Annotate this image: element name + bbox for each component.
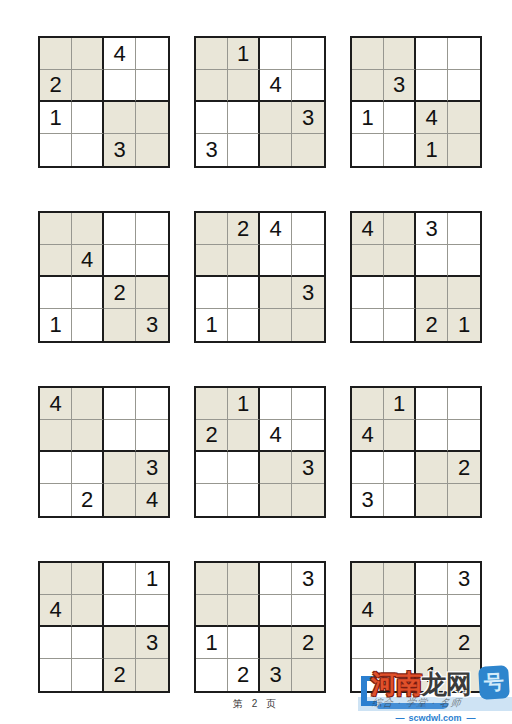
sudoku-cell-p7-r1c1: 4 (40, 388, 72, 420)
sudoku-cell-p8-r1c3 (260, 388, 292, 420)
sudoku-cell-p5-r2c4 (292, 245, 324, 277)
sudoku-cell-p11-r2c3 (260, 595, 292, 627)
sudoku-cell-p4-r1c2 (72, 213, 104, 245)
sudoku-cell-p12-r2c4 (448, 595, 480, 627)
sudoku-cell-p1-r2c1: 2 (40, 70, 72, 102)
sudoku-cell-p6-r1c1: 4 (352, 213, 384, 245)
sudoku-cell-p7-r1c3 (104, 388, 136, 420)
sudoku-cell-p7-r2c3 (104, 420, 136, 452)
sudoku-board-1: 4213 (38, 36, 170, 168)
sudoku-cell-p5-r4c1: 1 (196, 309, 228, 341)
sudoku-cell-p9-r1c3 (416, 388, 448, 420)
sudoku-cell-p2-r3c3 (260, 102, 292, 134)
sudoku-cell-p2-r4c4 (292, 134, 324, 166)
sudoku-cell-p12-r3c3 (416, 627, 448, 659)
sudoku-cell-p1-r4c1 (40, 134, 72, 166)
sudoku-cell-p2-r1c4 (292, 38, 324, 70)
sudoku-cell-p1-r1c1 (40, 38, 72, 70)
sudoku-cell-p11-r2c4 (292, 595, 324, 627)
sudoku-cell-p12-r1c3 (416, 563, 448, 595)
sudoku-cell-p7-r2c4 (136, 420, 168, 452)
sudoku-cell-p12-r2c1: 4 (352, 595, 384, 627)
sudoku-cell-p3-r2c1 (352, 70, 384, 102)
sudoku-cell-p4-r2c4 (136, 245, 168, 277)
sudoku-cell-p1-r2c3 (104, 70, 136, 102)
sudoku-cell-p4-r4c1: 1 (40, 309, 72, 341)
sudoku-cell-p9-r1c4 (448, 388, 480, 420)
sudoku-cell-p6-r4c2 (384, 309, 416, 341)
sudoku-cell-p11-r3c2 (228, 627, 260, 659)
sudoku-cell-p7-r4c3 (104, 484, 136, 516)
sudoku-cell-p4-r1c1 (40, 213, 72, 245)
puzzle-grid: 4213143331414213243143214324124314231432… (38, 36, 482, 693)
sudoku-cell-p2-r2c2 (228, 70, 260, 102)
sudoku-cell-p2-r2c4 (292, 70, 324, 102)
sudoku-cell-p8-r4c3 (260, 484, 292, 516)
sudoku-cell-p6-r1c2 (384, 213, 416, 245)
sudoku-cell-p2-r1c1 (196, 38, 228, 70)
sudoku-cell-p9-r3c1 (352, 452, 384, 484)
sudoku-cell-p4-r4c2 (72, 309, 104, 341)
sudoku-cell-p6-r4c3: 2 (416, 309, 448, 341)
sudoku-cell-p9-r4c1: 3 (352, 484, 384, 516)
sudoku-cell-p10-r1c2 (72, 563, 104, 595)
sudoku-cell-p5-r1c1 (196, 213, 228, 245)
sudoku-cell-p1-r1c3: 4 (104, 38, 136, 70)
dash-left: — (395, 713, 403, 723)
sudoku-cell-p7-r2c2 (72, 420, 104, 452)
sudoku-cell-p6-r4c4: 1 (448, 309, 480, 341)
sudoku-cell-p7-r3c2 (72, 452, 104, 484)
sudoku-cell-p7-r4c2: 2 (72, 484, 104, 516)
sudoku-cell-p6-r3c3 (416, 277, 448, 309)
sudoku-cell-p5-r1c3: 4 (260, 213, 292, 245)
sudoku-cell-p5-r1c2: 2 (228, 213, 260, 245)
sudoku-cell-p11-r1c2 (228, 563, 260, 595)
sudoku-cell-p2-r3c4: 3 (292, 102, 324, 134)
sudoku-cell-p11-r1c4: 3 (292, 563, 324, 595)
sudoku-cell-p10-r3c2 (72, 627, 104, 659)
sudoku-cell-p7-r3c4: 3 (136, 452, 168, 484)
sudoku-cell-p5-r3c3 (260, 277, 292, 309)
sudoku-cell-p10-r3c1 (40, 627, 72, 659)
sudoku-cell-p11-r3c1: 1 (196, 627, 228, 659)
sudoku-cell-p11-r1c3 (260, 563, 292, 595)
sudoku-cell-p11-r4c1 (196, 659, 228, 691)
sudoku-cell-p3-r1c1 (352, 38, 384, 70)
sudoku-cell-p6-r2c1 (352, 245, 384, 277)
sudoku-cell-p5-r4c3 (260, 309, 292, 341)
sudoku-cell-p8-r2c2 (228, 420, 260, 452)
sudoku-cell-p6-r2c4 (448, 245, 480, 277)
sudoku-cell-p10-r4c4 (136, 659, 168, 691)
sudoku-cell-p1-r4c4 (136, 134, 168, 166)
sudoku-cell-p11-r1c1 (196, 563, 228, 595)
sudoku-cell-p10-r4c2 (72, 659, 104, 691)
sudoku-cell-p4-r4c4: 3 (136, 309, 168, 341)
sudoku-cell-p10-r2c3 (104, 595, 136, 627)
sudoku-cell-p5-r2c2 (228, 245, 260, 277)
sudoku-cell-p7-r3c3 (104, 452, 136, 484)
sudoku-cell-p12-r1c2 (384, 563, 416, 595)
sudoku-cell-p6-r2c3 (416, 245, 448, 277)
sudoku-cell-p2-r2c1 (196, 70, 228, 102)
sudoku-cell-p9-r1c1 (352, 388, 384, 420)
sudoku-cell-p9-r2c1: 4 (352, 420, 384, 452)
sudoku-cell-p6-r1c3: 3 (416, 213, 448, 245)
sudoku-cell-p3-r4c4 (448, 134, 480, 166)
sudoku-cell-p10-r2c2 (72, 595, 104, 627)
sudoku-board-5: 2431 (194, 211, 326, 343)
sudoku-cell-p3-r4c1 (352, 134, 384, 166)
sudoku-cell-p8-r3c4: 3 (292, 452, 324, 484)
sudoku-cell-p8-r2c3: 4 (260, 420, 292, 452)
sudoku-cell-p3-r3c1: 1 (352, 102, 384, 134)
sudoku-cell-p5-r3c4: 3 (292, 277, 324, 309)
sudoku-cell-p10-r1c3 (104, 563, 136, 595)
sudoku-cell-p6-r4c1 (352, 309, 384, 341)
sudoku-cell-p3-r3c2 (384, 102, 416, 134)
sudoku-cell-p4-r3c3: 2 (104, 277, 136, 309)
sudoku-cell-p9-r3c3 (416, 452, 448, 484)
sudoku-cell-p1-r2c2 (72, 70, 104, 102)
sudoku-cell-p5-r2c3 (260, 245, 292, 277)
sudoku-cell-p3-r4c2 (384, 134, 416, 166)
site-watermark: 河南龙网 号 综合 · 学堂 · 名师 — scwdwl.com — (358, 662, 512, 724)
sudoku-cell-p2-r2c3: 4 (260, 70, 292, 102)
sudoku-cell-p7-r1c2 (72, 388, 104, 420)
sudoku-cell-p12-r3c1 (352, 627, 384, 659)
sudoku-cell-p11-r2c1 (196, 595, 228, 627)
sudoku-cell-p4-r2c1 (40, 245, 72, 277)
sudoku-cell-p8-r1c2: 1 (228, 388, 260, 420)
sudoku-cell-p12-r1c1 (352, 563, 384, 595)
sudoku-cell-p9-r2c3 (416, 420, 448, 452)
sudoku-board-6: 4321 (350, 211, 482, 343)
sudoku-cell-p3-r1c4 (448, 38, 480, 70)
sudoku-cell-p7-r1c4 (136, 388, 168, 420)
sudoku-cell-p2-r1c2: 1 (228, 38, 260, 70)
sudoku-cell-p4-r1c4 (136, 213, 168, 245)
sudoku-cell-p9-r1c2: 1 (384, 388, 416, 420)
sudoku-board-2: 1433 (194, 36, 326, 168)
sudoku-cell-p3-r4c3: 1 (416, 134, 448, 166)
sudoku-cell-p10-r3c4: 3 (136, 627, 168, 659)
sudoku-cell-p12-r1c4: 3 (448, 563, 480, 595)
sudoku-cell-p2-r4c2 (228, 134, 260, 166)
sudoku-board-11: 31223 (194, 561, 326, 693)
sudoku-cell-p7-r4c4: 4 (136, 484, 168, 516)
sudoku-cell-p12-r2c3 (416, 595, 448, 627)
sudoku-cell-p4-r1c3 (104, 213, 136, 245)
sudoku-cell-p11-r4c4 (292, 659, 324, 691)
sudoku-cell-p9-r2c4 (448, 420, 480, 452)
sudoku-cell-p8-r1c4 (292, 388, 324, 420)
sudoku-cell-p6-r3c1 (352, 277, 384, 309)
sudoku-cell-p8-r3c2 (228, 452, 260, 484)
sudoku-cell-p1-r3c3 (104, 102, 136, 134)
sudoku-cell-p11-r3c4: 2 (292, 627, 324, 659)
sudoku-cell-p9-r4c3 (416, 484, 448, 516)
sudoku-cell-p4-r3c2 (72, 277, 104, 309)
sudoku-cell-p12-r3c4: 2 (448, 627, 480, 659)
sudoku-cell-p8-r2c1: 2 (196, 420, 228, 452)
sudoku-board-3: 3141 (350, 36, 482, 168)
sudoku-cell-p10-r2c4 (136, 595, 168, 627)
sudoku-cell-p5-r4c2 (228, 309, 260, 341)
sudoku-cell-p2-r1c3 (260, 38, 292, 70)
sudoku-cell-p8-r4c4 (292, 484, 324, 516)
sudoku-cell-p2-r3c1 (196, 102, 228, 134)
site-logo-text-red: 河南 (371, 669, 421, 699)
sudoku-board-7: 4324 (38, 386, 170, 518)
sudoku-cell-p6-r3c4 (448, 277, 480, 309)
sudoku-cell-p2-r4c1: 3 (196, 134, 228, 166)
sudoku-cell-p8-r3c3 (260, 452, 292, 484)
sudoku-cell-p5-r1c4 (292, 213, 324, 245)
sudoku-cell-p7-r3c1 (40, 452, 72, 484)
watermark-domain-band: — scwdwl.com — (358, 711, 512, 724)
sudoku-cell-p2-r3c2 (228, 102, 260, 134)
sudoku-cell-p6-r3c2 (384, 277, 416, 309)
hao-badge-icon: 号 (478, 665, 510, 700)
sudoku-cell-p4-r3c1 (40, 277, 72, 309)
sudoku-cell-p5-r4c4 (292, 309, 324, 341)
sudoku-board-4: 4213 (38, 211, 170, 343)
sudoku-cell-p8-r4c1 (196, 484, 228, 516)
sudoku-cell-p6-r1c4 (448, 213, 480, 245)
sudoku-cell-p11-r3c3 (260, 627, 292, 659)
sudoku-cell-p1-r1c4 (136, 38, 168, 70)
sudoku-cell-p9-r2c2 (384, 420, 416, 452)
sudoku-cell-p11-r2c2 (228, 595, 260, 627)
sudoku-board-9: 1423 (350, 386, 482, 518)
sudoku-cell-p5-r2c1 (196, 245, 228, 277)
sudoku-cell-p10-r4c3: 2 (104, 659, 136, 691)
sudoku-cell-p10-r4c1 (40, 659, 72, 691)
sudoku-cell-p1-r3c1: 1 (40, 102, 72, 134)
dash-right: — (467, 713, 475, 723)
sudoku-cell-p3-r1c3 (416, 38, 448, 70)
sudoku-cell-p5-r3c2 (228, 277, 260, 309)
sudoku-cell-p8-r2c4 (292, 420, 324, 452)
sudoku-cell-p10-r1c4: 1 (136, 563, 168, 595)
sudoku-cell-p5-r3c1 (196, 277, 228, 309)
sudoku-cell-p3-r2c2: 3 (384, 70, 416, 102)
sudoku-cell-p1-r4c2 (72, 134, 104, 166)
sudoku-cell-p9-r4c2 (384, 484, 416, 516)
sudoku-cell-p11-r4c3: 3 (260, 659, 292, 691)
sudoku-cell-p1-r3c2 (72, 102, 104, 134)
sudoku-cell-p10-r2c1: 4 (40, 595, 72, 627)
sudoku-cell-p1-r4c3: 3 (104, 134, 136, 166)
sudoku-cell-p3-r3c3: 4 (416, 102, 448, 134)
sudoku-board-8: 1243 (194, 386, 326, 518)
sudoku-cell-p9-r3c4: 2 (448, 452, 480, 484)
sudoku-cell-p7-r4c1 (40, 484, 72, 516)
sudoku-cell-p9-r4c4 (448, 484, 480, 516)
sudoku-cell-p1-r3c4 (136, 102, 168, 134)
sudoku-cell-p4-r2c2: 4 (72, 245, 104, 277)
watermark-tagline: 综合 · 学堂 · 名师 (371, 696, 463, 710)
sudoku-cell-p8-r3c1 (196, 452, 228, 484)
sudoku-cell-p4-r3c4 (136, 277, 168, 309)
sudoku-cell-p4-r4c3 (104, 309, 136, 341)
site-logo-text-dark: 龙网 (421, 669, 471, 699)
sudoku-cell-p2-r4c3 (260, 134, 292, 166)
sudoku-cell-p3-r3c4 (448, 102, 480, 134)
sudoku-board-10: 1432 (38, 561, 170, 693)
sudoku-cell-p3-r2c3 (416, 70, 448, 102)
sudoku-cell-p1-r2c4 (136, 70, 168, 102)
sudoku-cell-p8-r4c2 (228, 484, 260, 516)
sudoku-cell-p8-r1c1 (196, 388, 228, 420)
sudoku-cell-p6-r2c2 (384, 245, 416, 277)
sudoku-cell-p7-r2c1 (40, 420, 72, 452)
sudoku-cell-p10-r3c3 (104, 627, 136, 659)
sudoku-cell-p12-r2c2 (384, 595, 416, 627)
watermark-domain: scwdwl.com (408, 713, 461, 723)
sudoku-cell-p11-r4c2: 2 (228, 659, 260, 691)
sudoku-cell-p12-r3c2 (384, 627, 416, 659)
worksheet-page: 4213143331414213243143214324124314231432… (0, 0, 512, 724)
sudoku-cell-p9-r3c2 (384, 452, 416, 484)
sudoku-cell-p10-r1c1 (40, 563, 72, 595)
sudoku-cell-p3-r2c4 (448, 70, 480, 102)
sudoku-cell-p3-r1c2 (384, 38, 416, 70)
sudoku-cell-p1-r1c2 (72, 38, 104, 70)
sudoku-cell-p4-r2c3 (104, 245, 136, 277)
